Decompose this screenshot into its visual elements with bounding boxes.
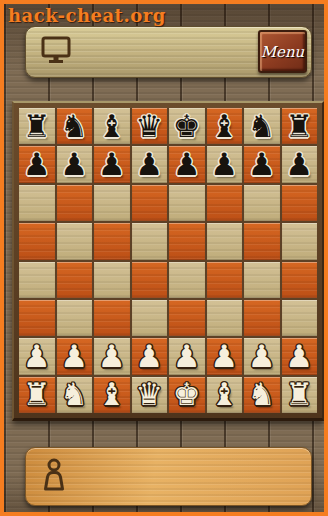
square-b5[interactable] [57, 223, 93, 259]
black-pawn: ♟ [285, 149, 313, 180]
square-h2[interactable]: ♟ [282, 338, 318, 374]
square-f4[interactable] [207, 262, 243, 298]
square-c5[interactable] [94, 223, 130, 259]
square-b4[interactable] [57, 262, 93, 298]
square-g5[interactable] [244, 223, 280, 259]
white-pawn: ♟ [60, 341, 88, 372]
black-pawn: ♟ [23, 149, 51, 180]
square-a1[interactable]: ♜ [19, 377, 55, 413]
square-b1[interactable]: ♞ [57, 377, 93, 413]
chess-board[interactable]: ♜♞♝♛♚♝♞♜♟♟♟♟♟♟♟♟♟♟♟♟♟♟♟♟♜♞♝♛♚♝♞♜ [19, 108, 317, 413]
square-c3[interactable] [94, 300, 130, 336]
square-e4[interactable] [169, 262, 205, 298]
square-g4[interactable] [244, 262, 280, 298]
square-d6[interactable] [132, 185, 168, 221]
square-h7[interactable]: ♟ [282, 146, 318, 182]
white-rook: ♜ [285, 379, 313, 410]
square-a8[interactable]: ♜ [19, 108, 55, 144]
white-pawn: ♟ [173, 341, 201, 372]
square-c8[interactable]: ♝ [94, 108, 130, 144]
square-h3[interactable] [282, 300, 318, 336]
black-pawn: ♟ [135, 149, 163, 180]
square-e2[interactable]: ♟ [169, 338, 205, 374]
square-c6[interactable] [94, 185, 130, 221]
black-rook: ♜ [285, 111, 313, 142]
square-g2[interactable]: ♟ [244, 338, 280, 374]
white-king: ♚ [173, 379, 201, 410]
square-g3[interactable] [244, 300, 280, 336]
black-pawn: ♟ [98, 149, 126, 180]
square-g6[interactable] [244, 185, 280, 221]
black-bishop: ♝ [210, 111, 238, 142]
square-d3[interactable] [132, 300, 168, 336]
white-pawn: ♟ [98, 341, 126, 372]
square-c4[interactable] [94, 262, 130, 298]
square-b3[interactable] [57, 300, 93, 336]
black-bishop: ♝ [98, 111, 126, 142]
square-h6[interactable] [282, 185, 318, 221]
watermark-text: hack-cheat.org [8, 5, 166, 26]
white-knight: ♞ [248, 379, 276, 410]
black-knight: ♞ [248, 111, 276, 142]
menu-button[interactable]: Menu [258, 30, 307, 73]
player-bar [25, 447, 312, 506]
square-e8[interactable]: ♚ [169, 108, 205, 144]
white-rook: ♜ [23, 379, 51, 410]
square-d7[interactable]: ♟ [132, 146, 168, 182]
square-a5[interactable] [19, 223, 55, 259]
square-c7[interactable]: ♟ [94, 146, 130, 182]
square-c2[interactable]: ♟ [94, 338, 130, 374]
square-b2[interactable]: ♟ [57, 338, 93, 374]
square-e6[interactable] [169, 185, 205, 221]
square-g7[interactable]: ♟ [244, 146, 280, 182]
white-pawn: ♟ [135, 341, 163, 372]
black-rook: ♜ [23, 111, 51, 142]
square-g8[interactable]: ♞ [244, 108, 280, 144]
square-a4[interactable] [19, 262, 55, 298]
square-f3[interactable] [207, 300, 243, 336]
square-b6[interactable] [57, 185, 93, 221]
square-a3[interactable] [19, 300, 55, 336]
square-d4[interactable] [132, 262, 168, 298]
square-a6[interactable] [19, 185, 55, 221]
square-e7[interactable]: ♟ [169, 146, 205, 182]
white-pawn: ♟ [248, 341, 276, 372]
square-b7[interactable]: ♟ [57, 146, 93, 182]
square-f7[interactable]: ♟ [207, 146, 243, 182]
white-knight: ♞ [60, 379, 88, 410]
chess-board-frame: ♜♞♝♛♚♝♞♜♟♟♟♟♟♟♟♟♟♟♟♟♟♟♟♟♜♞♝♛♚♝♞♜ [12, 101, 324, 421]
black-queen: ♛ [135, 111, 163, 142]
square-d1[interactable]: ♛ [132, 377, 168, 413]
square-d8[interactable]: ♛ [132, 108, 168, 144]
square-f6[interactable] [207, 185, 243, 221]
square-h4[interactable] [282, 262, 318, 298]
square-h5[interactable] [282, 223, 318, 259]
opponent-bar: Menu [25, 26, 312, 78]
player-icon [41, 457, 67, 497]
black-pawn: ♟ [248, 149, 276, 180]
white-pawn: ♟ [23, 341, 51, 372]
white-queen: ♛ [135, 379, 163, 410]
square-g1[interactable]: ♞ [244, 377, 280, 413]
square-a2[interactable]: ♟ [19, 338, 55, 374]
square-h8[interactable]: ♜ [282, 108, 318, 144]
square-f1[interactable]: ♝ [207, 377, 243, 413]
square-f2[interactable]: ♟ [207, 338, 243, 374]
square-e5[interactable] [169, 223, 205, 259]
square-f8[interactable]: ♝ [207, 108, 243, 144]
white-bishop: ♝ [98, 379, 126, 410]
black-pawn: ♟ [60, 149, 88, 180]
square-d5[interactable] [132, 223, 168, 259]
square-d2[interactable]: ♟ [132, 338, 168, 374]
square-h1[interactable]: ♜ [282, 377, 318, 413]
black-king: ♚ [173, 111, 201, 142]
menu-button-label: Menu [261, 43, 305, 61]
square-e3[interactable] [169, 300, 205, 336]
black-pawn: ♟ [210, 149, 238, 180]
white-bishop: ♝ [210, 379, 238, 410]
square-b8[interactable]: ♞ [57, 108, 93, 144]
monitor-icon [41, 35, 71, 69]
square-c1[interactable]: ♝ [94, 377, 130, 413]
white-pawn: ♟ [285, 341, 313, 372]
square-f5[interactable] [207, 223, 243, 259]
app-screen: hack-cheat.org Menu ♜♞♝♛♚♝♞♜♟♟♟♟♟♟♟♟♟♟♟♟… [0, 0, 328, 516]
black-knight: ♞ [60, 111, 88, 142]
square-e1[interactable]: ♚ [169, 377, 205, 413]
black-pawn: ♟ [173, 149, 201, 180]
square-a7[interactable]: ♟ [19, 146, 55, 182]
white-pawn: ♟ [210, 341, 238, 372]
